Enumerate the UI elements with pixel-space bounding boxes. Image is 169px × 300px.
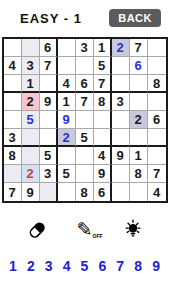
- sudoku-cell-r2c2[interactable]: 3: [22, 57, 40, 75]
- numpad-button-3[interactable]: 3: [45, 258, 53, 274]
- numpad-button-5[interactable]: 5: [81, 258, 89, 274]
- sudoku-cell-r2c9[interactable]: [148, 57, 166, 75]
- sudoku-cell-r9c4[interactable]: [58, 183, 76, 201]
- numpad-button-6[interactable]: 6: [98, 258, 106, 274]
- toolbar: ✎ OFF: [0, 218, 169, 242]
- sudoku-cell-r7c4[interactable]: [58, 147, 76, 165]
- sudoku-cell-r3c5[interactable]: 6: [76, 75, 94, 93]
- pencil-toggle-button[interactable]: ✎ OFF: [74, 219, 96, 241]
- sudoku-cell-r6c4[interactable]: 2: [58, 129, 76, 147]
- sudoku-cell-r6c6[interactable]: [94, 129, 112, 147]
- sudoku-cell-r8c3[interactable]: 3: [40, 165, 58, 183]
- sudoku-cell-r8c5[interactable]: [76, 165, 94, 183]
- sudoku-cell-r4c3[interactable]: 9: [40, 93, 58, 111]
- sudoku-cell-r6c3[interactable]: [40, 129, 58, 147]
- sudoku-cell-r6c5[interactable]: 5: [76, 129, 94, 147]
- board-area: 6312743756146782917835926325854912359877…: [2, 37, 168, 203]
- sudoku-cell-r9c7[interactable]: [112, 183, 130, 201]
- lightbulb-icon: [122, 219, 144, 241]
- pencil-icon: ✎: [77, 218, 93, 241]
- sudoku-cell-r8c7[interactable]: [112, 165, 130, 183]
- numpad-button-8[interactable]: 8: [134, 258, 142, 274]
- sudoku-cell-r9c3[interactable]: [40, 183, 58, 201]
- sudoku-cell-r2c5[interactable]: [76, 57, 94, 75]
- sudoku-cell-r4c2[interactable]: 2: [22, 93, 40, 111]
- sudoku-cell-r9c8[interactable]: [130, 183, 148, 201]
- sudoku-cell-r6c7[interactable]: [112, 129, 130, 147]
- sudoku-cell-r7c8[interactable]: 1: [130, 147, 148, 165]
- sudoku-cell-r4c5[interactable]: 7: [76, 93, 94, 111]
- hint-button[interactable]: [122, 219, 144, 241]
- numpad-button-1[interactable]: 1: [9, 258, 17, 274]
- sudoku-cell-r9c5[interactable]: 8: [76, 183, 94, 201]
- number-pad: 123456789: [0, 258, 169, 274]
- numpad-button-4[interactable]: 4: [63, 258, 71, 274]
- sudoku-cell-r4c1[interactable]: [4, 93, 22, 111]
- sudoku-cell-r9c1[interactable]: 7: [4, 183, 22, 201]
- sudoku-cell-r3c1[interactable]: [4, 75, 22, 93]
- page-title: EASY - 1: [20, 11, 82, 26]
- sudoku-cell-r8c6[interactable]: 9: [94, 165, 112, 183]
- sudoku-cell-r5c6[interactable]: [94, 111, 112, 129]
- sudoku-cell-r1c7[interactable]: 2: [112, 39, 130, 57]
- sudoku-cell-r2c3[interactable]: 7: [40, 57, 58, 75]
- sudoku-cell-r3c6[interactable]: 7: [94, 75, 112, 93]
- sudoku-cell-r7c9[interactable]: [148, 147, 166, 165]
- sudoku-cell-r1c4[interactable]: [58, 39, 76, 57]
- sudoku-cell-r3c8[interactable]: [130, 75, 148, 93]
- sudoku-cell-r6c1[interactable]: 3: [4, 129, 22, 147]
- sudoku-cell-r6c2[interactable]: [22, 129, 40, 147]
- pencil-state-label: OFF: [93, 233, 103, 239]
- sudoku-cell-r5c1[interactable]: [4, 111, 22, 129]
- sudoku-cell-r3c3[interactable]: [40, 75, 58, 93]
- sudoku-cell-r5c5[interactable]: [76, 111, 94, 129]
- sudoku-cell-r7c5[interactable]: [76, 147, 94, 165]
- eraser-button[interactable]: [26, 219, 48, 241]
- sudoku-cell-r5c2[interactable]: 5: [22, 111, 40, 129]
- sudoku-cell-r1c8[interactable]: 7: [130, 39, 148, 57]
- eraser-icon: [26, 219, 48, 241]
- sudoku-cell-r3c7[interactable]: [112, 75, 130, 93]
- header: EASY - 1 BACK: [0, 0, 169, 34]
- sudoku-cell-r1c2[interactable]: [22, 39, 40, 57]
- back-button[interactable]: BACK: [109, 9, 161, 27]
- sudoku-cell-r7c3[interactable]: 5: [40, 147, 58, 165]
- numpad-button-2[interactable]: 2: [27, 258, 35, 274]
- sudoku-cell-r4c6[interactable]: 8: [94, 93, 112, 111]
- sudoku-grid: 6312743756146782917835926325854912359877…: [2, 37, 168, 203]
- sudoku-cell-r2c4[interactable]: [58, 57, 76, 75]
- sudoku-cell-r8c4[interactable]: 5: [58, 165, 76, 183]
- sudoku-cell-r1c9[interactable]: [148, 39, 166, 57]
- sudoku-cell-r8c2[interactable]: 2: [22, 165, 40, 183]
- numpad-button-7[interactable]: 7: [116, 258, 124, 274]
- sudoku-cell-r1c3[interactable]: 6: [40, 39, 58, 57]
- sudoku-cell-r1c1[interactable]: [4, 39, 22, 57]
- sudoku-cell-r7c6[interactable]: 4: [94, 147, 112, 165]
- sudoku-cell-r7c7[interactable]: 9: [112, 147, 130, 165]
- sudoku-cell-r1c5[interactable]: 3: [76, 39, 94, 57]
- sudoku-cell-r4c9[interactable]: [148, 93, 166, 111]
- sudoku-cell-r4c4[interactable]: 1: [58, 93, 76, 111]
- sudoku-cell-r5c3[interactable]: [40, 111, 58, 129]
- sudoku-cell-r9c6[interactable]: 6: [94, 183, 112, 201]
- sudoku-cell-r6c9[interactable]: [148, 129, 166, 147]
- sudoku-cell-r1c6[interactable]: 1: [94, 39, 112, 57]
- sudoku-cell-r4c7[interactable]: 3: [112, 93, 130, 111]
- sudoku-cell-r7c1[interactable]: 8: [4, 147, 22, 165]
- sudoku-cell-r2c1[interactable]: 4: [4, 57, 22, 75]
- sudoku-cell-r2c7[interactable]: [112, 57, 130, 75]
- sudoku-cell-r5c7[interactable]: [112, 111, 130, 129]
- sudoku-cell-r3c4[interactable]: 4: [58, 75, 76, 93]
- sudoku-cell-r8c9[interactable]: 7: [148, 165, 166, 183]
- sudoku-cell-r2c6[interactable]: 5: [94, 57, 112, 75]
- sudoku-cell-r6c8[interactable]: [130, 129, 148, 147]
- sudoku-cell-r9c2[interactable]: 9: [22, 183, 40, 201]
- sudoku-cell-r9c9[interactable]: 4: [148, 183, 166, 201]
- sudoku-cell-r5c4[interactable]: 9: [58, 111, 76, 129]
- sudoku-cell-r3c2[interactable]: 1: [22, 75, 40, 93]
- sudoku-cell-r5c8[interactable]: 2: [130, 111, 148, 129]
- sudoku-cell-r4c8[interactable]: [130, 93, 148, 111]
- sudoku-cell-r8c8[interactable]: 8: [130, 165, 148, 183]
- sudoku-cell-r3c9[interactable]: 8: [148, 75, 166, 93]
- numpad-button-9[interactable]: 9: [152, 258, 160, 274]
- sudoku-cell-r2c8[interactable]: 6: [130, 57, 148, 75]
- sudoku-cell-r5c9[interactable]: 6: [148, 111, 166, 129]
- sudoku-cell-r7c2[interactable]: [22, 147, 40, 165]
- sudoku-cell-r8c1[interactable]: [4, 165, 22, 183]
